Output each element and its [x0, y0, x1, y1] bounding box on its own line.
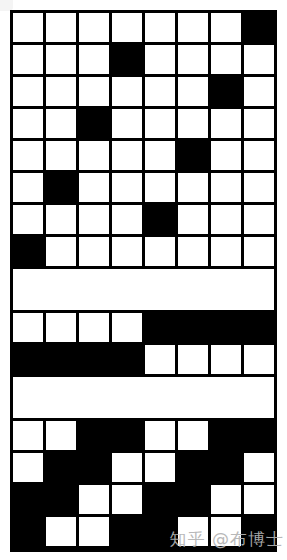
cell-r16c8-black: [244, 517, 274, 546]
cell-r3c1-white: [13, 77, 43, 106]
cell-r7c6-white: [178, 205, 208, 234]
cell-r15c3-white: [79, 485, 109, 514]
cell-r4c2-white: [46, 109, 76, 138]
cell-r11c6-white: [178, 345, 208, 374]
cell-r16c1-black: [13, 517, 43, 546]
separator-row-12: [13, 377, 274, 418]
cell-r4c4-white: [112, 109, 142, 138]
cell-r15c8-white: [244, 485, 274, 514]
cell-r4c8-white: [244, 109, 274, 138]
cell-r11c2-black: [46, 345, 76, 374]
cell-r2c2-white: [46, 45, 76, 74]
cell-r2c5-white: [145, 45, 175, 74]
cell-r16c5-black: [145, 517, 175, 546]
cell-r2c6-white: [178, 45, 208, 74]
cell-r13c6-white: [178, 421, 208, 450]
cell-r6c3-white: [79, 173, 109, 202]
cell-r15c2-black: [46, 485, 76, 514]
cell-r10c7-black: [211, 313, 241, 342]
cell-r13c4-black: [112, 421, 142, 450]
cell-r14c2-black: [46, 453, 76, 482]
cell-r16c7-white: [211, 517, 241, 546]
cell-r7c8-white: [244, 205, 274, 234]
cell-r1c2-white: [46, 13, 76, 42]
cell-r11c3-black: [79, 345, 109, 374]
cell-r8c1-black: [13, 237, 43, 266]
cell-r3c2-white: [46, 77, 76, 106]
cell-r5c8-white: [244, 141, 274, 170]
cell-r5c7-white: [211, 141, 241, 170]
separator-row-9: [13, 269, 274, 310]
cell-r14c7-black: [211, 453, 241, 482]
cell-r6c2-black: [46, 173, 76, 202]
cell-r5c3-white: [79, 141, 109, 170]
cell-r3c5-white: [145, 77, 175, 106]
cell-r13c8-black: [244, 421, 274, 450]
cell-r8c5-white: [145, 237, 175, 266]
cell-r3c6-white: [178, 77, 208, 106]
cell-r7c2-white: [46, 205, 76, 234]
cell-r4c7-white: [211, 109, 241, 138]
cell-r7c1-white: [13, 205, 43, 234]
cell-r1c8-black: [244, 13, 274, 42]
cell-r8c8-white: [244, 237, 274, 266]
cell-r3c8-white: [244, 77, 274, 106]
cell-r5c1-white: [13, 141, 43, 170]
cell-r13c5-white: [145, 421, 175, 450]
board-grid: [10, 10, 277, 552]
cell-r14c3-black: [79, 453, 109, 482]
cell-r6c1-white: [13, 173, 43, 202]
cell-r15c5-black: [145, 485, 175, 514]
cell-r1c3-white: [79, 13, 109, 42]
cell-r4c6-white: [178, 109, 208, 138]
cell-r10c4-white: [112, 313, 142, 342]
cell-r2c3-white: [79, 45, 109, 74]
cell-r6c4-white: [112, 173, 142, 202]
cell-r15c4-white: [112, 485, 142, 514]
cell-r11c1-black: [13, 345, 43, 374]
cell-r16c4-black: [112, 517, 142, 546]
cell-r14c5-white: [145, 453, 175, 482]
cell-r10c8-black: [244, 313, 274, 342]
cell-r3c7-black: [211, 77, 241, 106]
cell-r2c1-white: [13, 45, 43, 74]
cell-r13c3-black: [79, 421, 109, 450]
cell-r5c5-white: [145, 141, 175, 170]
cell-r8c4-white: [112, 237, 142, 266]
cell-r4c1-white: [13, 109, 43, 138]
cell-r1c1-white: [13, 13, 43, 42]
cell-r6c5-white: [145, 173, 175, 202]
cell-r16c3-white: [79, 517, 109, 546]
cell-r5c6-black: [178, 141, 208, 170]
cell-r10c5-black: [145, 313, 175, 342]
cell-r14c1-white: [13, 453, 43, 482]
cell-r2c4-black: [112, 45, 142, 74]
cell-r11c4-black: [112, 345, 142, 374]
cell-r14c8-white: [244, 453, 274, 482]
cell-r3c4-white: [112, 77, 142, 106]
cell-r8c3-white: [79, 237, 109, 266]
cell-r4c3-black: [79, 109, 109, 138]
cell-r10c6-black: [178, 313, 208, 342]
cell-r8c7-white: [211, 237, 241, 266]
cell-r8c2-white: [46, 237, 76, 266]
cell-r6c7-white: [211, 173, 241, 202]
cell-r10c1-white: [13, 313, 43, 342]
cell-r2c7-white: [211, 45, 241, 74]
cell-r14c4-white: [112, 453, 142, 482]
cell-r1c4-white: [112, 13, 142, 42]
cell-r1c6-white: [178, 13, 208, 42]
cell-r10c2-white: [46, 313, 76, 342]
cell-r7c7-white: [211, 205, 241, 234]
cell-r13c1-white: [13, 421, 43, 450]
cell-r1c7-white: [211, 13, 241, 42]
cell-r14c6-black: [178, 453, 208, 482]
cell-r2c8-white: [244, 45, 274, 74]
cell-r8c6-white: [178, 237, 208, 266]
cell-r16c2-white: [46, 517, 76, 546]
cell-r7c5-black: [145, 205, 175, 234]
cell-r7c3-white: [79, 205, 109, 234]
cell-r11c7-white: [211, 345, 241, 374]
cell-r15c7-white: [211, 485, 241, 514]
cell-r13c7-black: [211, 421, 241, 450]
cell-r1c5-white: [145, 13, 175, 42]
cell-r5c4-white: [112, 141, 142, 170]
cell-r10c3-white: [79, 313, 109, 342]
cell-r11c8-white: [244, 345, 274, 374]
cell-r6c6-white: [178, 173, 208, 202]
cell-r13c2-white: [46, 421, 76, 450]
cell-r11c5-white: [145, 345, 175, 374]
cell-r5c2-white: [46, 141, 76, 170]
cell-r16c6-white: [178, 517, 208, 546]
cell-r4c5-white: [145, 109, 175, 138]
cell-r7c4-white: [112, 205, 142, 234]
cell-r15c1-black: [13, 485, 43, 514]
cell-r6c8-white: [244, 173, 274, 202]
cell-r3c3-white: [79, 77, 109, 106]
cell-r15c6-black: [178, 485, 208, 514]
